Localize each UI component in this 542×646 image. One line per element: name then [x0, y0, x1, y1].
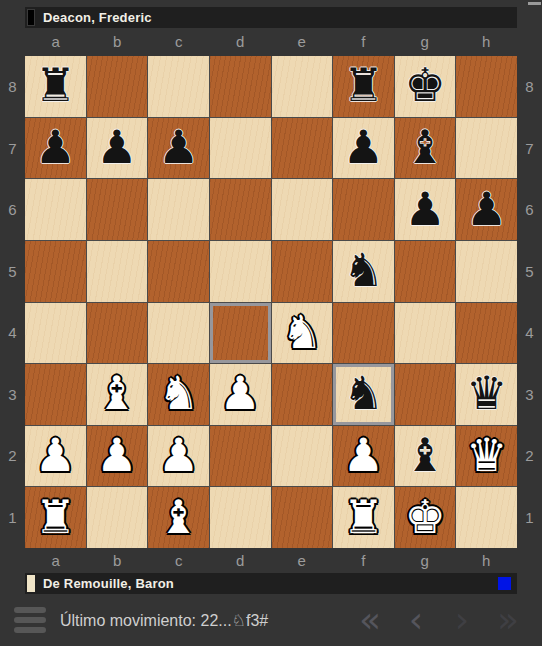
square-c6[interactable] — [148, 179, 209, 240]
square-f6[interactable] — [333, 179, 394, 240]
black-bishop-piece: ♝ — [404, 124, 445, 170]
square-e6[interactable] — [272, 179, 333, 240]
file-label-h: h — [456, 550, 518, 572]
black-rook-piece: ♜ — [35, 62, 76, 108]
square-e7[interactable] — [272, 118, 333, 179]
file-labels-top: abcdefgh — [25, 31, 517, 53]
menu-icon[interactable] — [14, 607, 46, 633]
move-navigation: « ‹ › » — [350, 600, 528, 640]
square-g7[interactable]: ♝ — [395, 118, 456, 179]
square-h3[interactable]: ♛ — [456, 364, 517, 425]
nav-first-button[interactable]: « — [350, 600, 390, 640]
rank-label-4: 4 — [0, 302, 25, 364]
rank-label-1: 1 — [0, 487, 25, 549]
black-color-swatch — [27, 9, 35, 26]
square-g1[interactable]: ♚ — [395, 487, 456, 548]
black-rook-piece: ♜ — [343, 62, 384, 108]
square-f8[interactable]: ♜ — [333, 56, 394, 117]
rank-labels-right: 87654321 — [517, 56, 542, 548]
square-g2[interactable]: ♝ — [395, 426, 456, 487]
rank-label-1: 1 — [517, 487, 542, 549]
white-pawn-piece: ♟ — [96, 432, 137, 478]
black-bishop-piece: ♝ — [404, 432, 445, 478]
file-label-a: a — [25, 31, 87, 53]
nav-prev-button[interactable]: ‹ — [396, 600, 436, 640]
player-bottom-bar: De Remouille, Baron — [25, 573, 517, 594]
black-knight-piece: ♞ — [343, 370, 384, 416]
rank-label-7: 7 — [0, 118, 25, 180]
black-pawn-piece: ♟ — [35, 124, 76, 170]
white-bishop-piece: ♝ — [158, 494, 199, 540]
black-pawn-piece: ♟ — [158, 124, 199, 170]
turn-indicator — [498, 577, 511, 590]
bottom-toolbar: Último movimiento: 22...♘f3# « ‹ › » — [0, 594, 542, 646]
square-f2[interactable]: ♟ — [333, 426, 394, 487]
square-f1[interactable]: ♜ — [333, 487, 394, 548]
square-a1[interactable]: ♜ — [25, 487, 86, 548]
black-knight-piece: ♞ — [343, 247, 384, 293]
square-f7[interactable]: ♟ — [333, 118, 394, 179]
file-label-c: c — [148, 31, 210, 53]
square-c1[interactable]: ♝ — [148, 487, 209, 548]
square-d5[interactable] — [210, 241, 271, 302]
square-f5[interactable]: ♞ — [333, 241, 394, 302]
square-h6[interactable]: ♟ — [456, 179, 517, 240]
square-g5[interactable] — [395, 241, 456, 302]
square-e3[interactable] — [272, 364, 333, 425]
square-c5[interactable] — [148, 241, 209, 302]
rank-label-2: 2 — [0, 425, 25, 487]
square-d3[interactable]: ♟ — [210, 364, 271, 425]
file-label-e: e — [271, 31, 333, 53]
square-e2[interactable] — [272, 426, 333, 487]
white-bishop-piece: ♝ — [96, 370, 137, 416]
square-h2[interactable]: ♛ — [456, 426, 517, 487]
square-e8[interactable] — [272, 56, 333, 117]
file-label-a: a — [25, 550, 87, 572]
rank-label-4: 4 — [517, 302, 542, 364]
square-f3[interactable]: ♞ — [333, 364, 394, 425]
file-label-e: e — [271, 550, 333, 572]
square-c7[interactable]: ♟ — [148, 118, 209, 179]
black-king-piece: ♚ — [404, 62, 445, 108]
square-f4[interactable] — [333, 303, 394, 364]
white-king-piece: ♚ — [404, 494, 445, 540]
square-d2[interactable] — [210, 426, 271, 487]
player-top-name: Deacon, Frederic — [43, 10, 152, 25]
square-e4[interactable]: ♞ — [272, 303, 333, 364]
rank-labels-left: 87654321 — [0, 56, 25, 548]
square-c4[interactable] — [148, 303, 209, 364]
rank-label-3: 3 — [517, 364, 542, 426]
nav-next-button[interactable]: › — [442, 600, 482, 640]
white-pawn-piece: ♟ — [35, 432, 76, 478]
square-g8[interactable]: ♚ — [395, 56, 456, 117]
white-pawn-piece: ♟ — [158, 432, 199, 478]
file-label-f: f — [333, 550, 395, 572]
square-b6[interactable] — [87, 179, 148, 240]
file-label-d: d — [210, 31, 272, 53]
square-b2[interactable]: ♟ — [87, 426, 148, 487]
rank-label-2: 2 — [517, 425, 542, 487]
rank-label-8: 8 — [0, 56, 25, 118]
square-a8[interactable]: ♜ — [25, 56, 86, 117]
black-queen-piece: ♛ — [466, 370, 507, 416]
scrollbar-stub — [528, 2, 541, 5]
file-label-b: b — [87, 31, 149, 53]
player-bottom-name: De Remouille, Baron — [43, 576, 174, 591]
nav-last-button[interactable]: » — [488, 600, 528, 640]
black-pawn-piece: ♟ — [96, 124, 137, 170]
black-pawn-piece: ♟ — [404, 186, 445, 232]
square-b1[interactable] — [87, 487, 148, 548]
square-g3[interactable] — [395, 364, 456, 425]
square-g6[interactable]: ♟ — [395, 179, 456, 240]
rank-label-6: 6 — [0, 179, 25, 241]
rank-label-7: 7 — [517, 118, 542, 180]
black-pawn-piece: ♟ — [343, 124, 384, 170]
white-rook-piece: ♜ — [343, 494, 384, 540]
square-h7[interactable] — [456, 118, 517, 179]
white-knight-piece: ♞ — [281, 309, 322, 355]
file-label-h: h — [456, 31, 518, 53]
square-d4[interactable] — [210, 303, 271, 364]
rank-label-5: 5 — [0, 241, 25, 303]
square-c3[interactable]: ♞ — [148, 364, 209, 425]
square-a4[interactable] — [25, 303, 86, 364]
square-c2[interactable]: ♟ — [148, 426, 209, 487]
white-pawn-piece: ♟ — [220, 370, 261, 416]
square-b8[interactable] — [87, 56, 148, 117]
file-label-d: d — [210, 550, 272, 572]
square-e1[interactable] — [272, 487, 333, 548]
square-h8[interactable] — [456, 56, 517, 117]
file-label-g: g — [394, 31, 456, 53]
file-label-b: b — [87, 550, 149, 572]
square-a5[interactable] — [25, 241, 86, 302]
white-knight-piece: ♞ — [158, 370, 199, 416]
square-b3[interactable]: ♝ — [87, 364, 148, 425]
white-rook-piece: ♜ — [35, 494, 76, 540]
square-d7[interactable] — [210, 118, 271, 179]
square-b7[interactable]: ♟ — [87, 118, 148, 179]
player-top-bar: Deacon, Frederic — [25, 7, 517, 28]
chess-app: Deacon, Frederic abcdefgh 87654321 ♜♜♚♟♟… — [0, 0, 542, 646]
square-h5[interactable] — [456, 241, 517, 302]
square-g4[interactable] — [395, 303, 456, 364]
rank-label-6: 6 — [517, 179, 542, 241]
board: ♜♜♚♟♟♟♟♝♟♟♞♞♝♞♟♞♛♟♟♟♟♝♛♜♝♜♚ — [25, 56, 517, 548]
white-pawn-piece: ♟ — [343, 432, 384, 478]
file-labels-bottom: abcdefgh — [25, 550, 517, 572]
square-d1[interactable] — [210, 487, 271, 548]
square-h1[interactable] — [456, 487, 517, 548]
square-d8[interactable] — [210, 56, 271, 117]
square-a2[interactable]: ♟ — [25, 426, 86, 487]
square-b4[interactable] — [87, 303, 148, 364]
file-label-f: f — [333, 31, 395, 53]
file-label-c: c — [148, 550, 210, 572]
square-c8[interactable] — [148, 56, 209, 117]
white-queen-piece: ♛ — [466, 432, 507, 478]
white-color-swatch — [27, 575, 35, 592]
file-label-g: g — [394, 550, 456, 572]
last-move-label: Último movimiento: 22...♘f3# — [60, 611, 268, 630]
square-a7[interactable]: ♟ — [25, 118, 86, 179]
square-a6[interactable] — [25, 179, 86, 240]
square-h4[interactable] — [456, 303, 517, 364]
black-pawn-piece: ♟ — [466, 186, 507, 232]
square-e5[interactable] — [272, 241, 333, 302]
square-a3[interactable] — [25, 364, 86, 425]
rank-label-3: 3 — [0, 364, 25, 426]
square-d6[interactable] — [210, 179, 271, 240]
square-b5[interactable] — [87, 241, 148, 302]
rank-label-8: 8 — [517, 56, 542, 118]
rank-label-5: 5 — [517, 241, 542, 303]
